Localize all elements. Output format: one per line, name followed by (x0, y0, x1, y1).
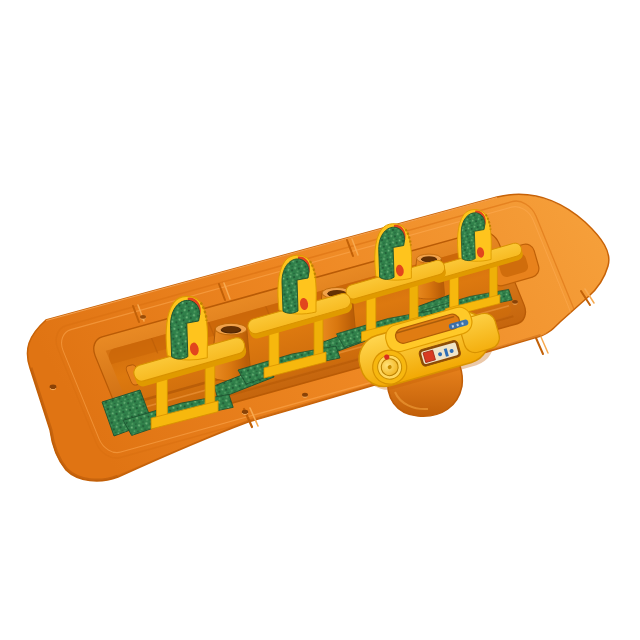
product-photo: Product photo on a white background: a l… (0, 0, 640, 640)
red-switch (423, 350, 435, 362)
product-illustration: Product photo on a white background: a l… (0, 0, 640, 640)
